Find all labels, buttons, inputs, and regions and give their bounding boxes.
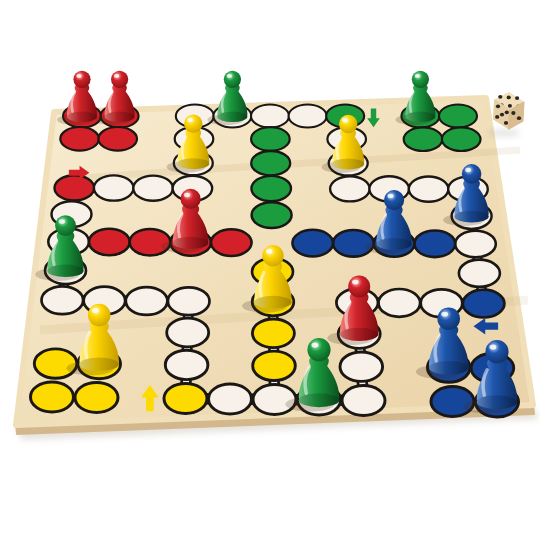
home-cell-blue-9-5 (415, 231, 456, 258)
track-cell-4-10 (209, 384, 252, 414)
pawn-head-specular (184, 193, 190, 197)
pawn-base-shade (67, 112, 97, 122)
yard-circle-red-1-1 (98, 127, 137, 151)
track-cell-1-3 (94, 175, 134, 200)
pawn-head (348, 275, 370, 297)
pawn-base-shade (405, 112, 435, 122)
start-field-blue-10-7 (463, 290, 505, 318)
track-cell-7-9 (340, 352, 383, 381)
die-shadow (488, 129, 520, 137)
track-cell-3-9 (165, 350, 208, 379)
yard-circle-yellow-1-10 (75, 383, 118, 413)
pawn-base-shade (80, 357, 119, 371)
yard-circle-yellow-0-9 (34, 349, 77, 378)
pawn-head (181, 189, 201, 209)
die-pip (505, 110, 509, 114)
start-field-red-0-3 (55, 175, 95, 200)
pawn-head-specular (465, 168, 471, 172)
pawn-head (307, 338, 330, 361)
pawn-base-shade (429, 361, 468, 375)
die-pip (508, 104, 512, 108)
pawn-base-shade (254, 296, 291, 309)
die-pip (515, 96, 519, 100)
home-cell-green-5-4 (252, 202, 292, 228)
pawn-head (485, 340, 508, 363)
track-cell-5-10 (253, 385, 296, 415)
pawn-head-specular (76, 74, 81, 78)
die-pip (500, 113, 504, 117)
pawn-green-track[interactable] (207, 71, 247, 125)
pawn-head-specular (187, 118, 193, 122)
pawn-base-shade (47, 265, 83, 277)
home-cell-yellow-5-8 (252, 319, 294, 348)
pawn-base-shade (217, 112, 247, 122)
pawn-head (88, 304, 111, 327)
pawn-head-specular (266, 249, 272, 254)
track-cell-7-10 (342, 386, 385, 416)
die-pip (511, 111, 515, 115)
pawn-base-shade (105, 112, 135, 122)
pawn-head (384, 190, 404, 210)
die-pip (507, 96, 511, 100)
pawn-head (111, 71, 128, 88)
pawn-base-shade (177, 158, 209, 169)
track-cell-9-3 (409, 177, 449, 202)
track-cell-5-0 (251, 105, 289, 128)
pawn-head (437, 307, 460, 330)
yard-circle-green-9-1 (404, 127, 443, 151)
home-cell-red-2-5 (130, 229, 171, 256)
die-pip (495, 115, 499, 119)
start-field-yellow-3-10 (164, 384, 207, 414)
pawn-base-shade (377, 238, 412, 250)
pawn-head-specular (92, 308, 99, 313)
pawn-head (339, 115, 357, 133)
pawn-red-start-area[interactable] (95, 71, 135, 125)
pawn-head-specular (388, 194, 394, 198)
pawn-head-specular (342, 118, 348, 122)
die-pip (498, 95, 502, 99)
home-cell-blue-7-5 (333, 230, 374, 257)
ludo-board-photo (0, 0, 540, 540)
track-cell-6-0 (289, 105, 327, 128)
pawn-base-shade (340, 328, 378, 341)
pawn-head-specular (227, 74, 232, 78)
pawn-head-specular (415, 74, 420, 78)
pawn-head (224, 71, 241, 88)
die-pip (504, 121, 508, 125)
track-cell-3-7 (168, 287, 210, 315)
pawn-head-specular (489, 345, 496, 350)
yard-circle-blue-9-10 (431, 387, 474, 417)
pawn-base-shade (332, 158, 364, 169)
pawn-base-shade (455, 211, 489, 223)
home-cell-red-4-5 (211, 229, 252, 256)
pawn-base-shade (299, 393, 339, 407)
pawn-head-specular (59, 219, 65, 224)
track-cell-7-3 (330, 176, 370, 201)
yard-circle-yellow-0-10 (31, 382, 74, 412)
die-pip (496, 104, 500, 108)
pawn-base-shade (477, 395, 517, 409)
track-cell-0-7 (42, 286, 84, 314)
home-cell-green-5-2 (251, 151, 290, 175)
home-cell-green-5-3 (251, 176, 291, 201)
pawn-head (262, 245, 283, 266)
yard-circle-green-10-0 (439, 105, 477, 128)
home-cell-red-1-5 (89, 229, 130, 256)
home-cell-blue-6-5 (292, 230, 333, 257)
pawn-head-specular (352, 280, 359, 285)
pawn-head (55, 215, 76, 236)
pawn-head (462, 164, 482, 184)
track-cell-10-6 (459, 260, 500, 287)
die-pip (517, 116, 521, 120)
track-cell-8-7 (379, 289, 421, 317)
pawn-head (73, 71, 90, 88)
die[interactable] (488, 93, 524, 137)
track-cell-10-5 (455, 231, 496, 258)
pawn-head-specular (114, 74, 119, 78)
home-cell-yellow-5-9 (253, 351, 296, 380)
yard-circle-red-0-1 (60, 127, 99, 151)
photo-canvas (0, 0, 540, 540)
pawn-head-specular (441, 312, 448, 317)
track-cell-3-8 (167, 318, 209, 347)
pawn-head (412, 71, 429, 88)
yard-circle-green-10-1 (442, 127, 481, 151)
pawn-head (184, 114, 202, 132)
pawn-head-specular (311, 343, 318, 348)
home-cell-green-5-1 (251, 127, 290, 151)
pawn-red-start-area[interactable] (57, 71, 97, 125)
track-cell-2-7 (126, 287, 168, 315)
pawn-base-shade (173, 237, 208, 249)
track-cell-2-3 (133, 176, 173, 201)
